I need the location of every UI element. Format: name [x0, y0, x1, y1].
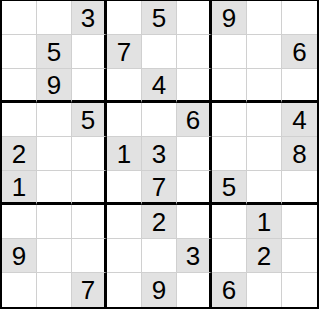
cell-r3c8[interactable]: [247, 69, 282, 103]
cell-r2c5[interactable]: [142, 35, 177, 69]
cell-r7c4[interactable]: [107, 205, 142, 239]
cell-r1c8[interactable]: [247, 1, 282, 35]
cell-r5c1-given: 2: [2, 137, 37, 171]
cell-r5c7[interactable]: [212, 137, 247, 171]
cell-r8c6-given: 3: [177, 239, 212, 273]
cell-r1c2[interactable]: [37, 1, 72, 35]
cell-r9c7-given: 6: [212, 273, 247, 307]
cell-r5c3[interactable]: [72, 137, 107, 171]
cell-r3c1[interactable]: [2, 69, 37, 103]
cell-r9c1[interactable]: [2, 273, 37, 307]
cell-r3c6[interactable]: [177, 69, 212, 103]
cell-r4c4[interactable]: [107, 103, 142, 137]
sudoku-board-frame: 35957694564213817521932796: [0, 0, 319, 309]
cell-r8c1-given: 9: [2, 239, 37, 273]
cell-r6c2[interactable]: [37, 171, 72, 205]
cell-r3c2-given: 9: [37, 69, 72, 103]
cell-r8c9[interactable]: [282, 239, 317, 273]
cell-r7c7[interactable]: [212, 205, 247, 239]
cell-r4c6-given: 6: [177, 103, 212, 137]
cell-r1c5-given: 5: [142, 1, 177, 35]
cell-r9c4[interactable]: [107, 273, 142, 307]
cell-r4c2[interactable]: [37, 103, 72, 137]
cell-r2c2-given: 5: [37, 35, 72, 69]
cell-r9c6[interactable]: [177, 273, 212, 307]
cell-r8c4[interactable]: [107, 239, 142, 273]
cell-r3c9[interactable]: [282, 69, 317, 103]
cell-r7c5-given: 2: [142, 205, 177, 239]
cell-r2c7[interactable]: [212, 35, 247, 69]
cell-r1c4[interactable]: [107, 1, 142, 35]
cell-r1c9[interactable]: [282, 1, 317, 35]
cell-r3c4[interactable]: [107, 69, 142, 103]
cell-r3c7[interactable]: [212, 69, 247, 103]
cell-r1c3-given: 3: [72, 1, 107, 35]
cell-r2c6[interactable]: [177, 35, 212, 69]
cell-r6c1-given: 1: [2, 171, 37, 205]
cell-r6c6[interactable]: [177, 171, 212, 205]
cell-r6c3[interactable]: [72, 171, 107, 205]
cell-r5c8[interactable]: [247, 137, 282, 171]
cell-r4c5[interactable]: [142, 103, 177, 137]
cell-r6c8[interactable]: [247, 171, 282, 205]
cell-r7c6[interactable]: [177, 205, 212, 239]
cell-r6c9[interactable]: [282, 171, 317, 205]
cell-r9c3-given: 7: [72, 273, 107, 307]
cell-r1c6[interactable]: [177, 1, 212, 35]
cell-r5c5-given: 3: [142, 137, 177, 171]
cell-r5c2[interactable]: [37, 137, 72, 171]
cell-r1c7-given: 9: [212, 1, 247, 35]
cell-r8c7[interactable]: [212, 239, 247, 273]
cell-r1c1[interactable]: [2, 1, 37, 35]
cell-r9c8[interactable]: [247, 273, 282, 307]
cell-r2c4-given: 7: [107, 35, 142, 69]
cell-r9c2[interactable]: [37, 273, 72, 307]
cell-r2c9-given: 6: [282, 35, 317, 69]
cell-r9c9[interactable]: [282, 273, 317, 307]
cell-r6c4[interactable]: [107, 171, 142, 205]
cell-r9c5-given: 9: [142, 273, 177, 307]
cell-r7c1[interactable]: [2, 205, 37, 239]
cell-r8c8-given: 2: [247, 239, 282, 273]
cell-r8c5[interactable]: [142, 239, 177, 273]
cell-r4c1[interactable]: [2, 103, 37, 137]
cell-r7c3[interactable]: [72, 205, 107, 239]
cell-r4c8[interactable]: [247, 103, 282, 137]
cell-r7c2[interactable]: [37, 205, 72, 239]
cell-r4c7[interactable]: [212, 103, 247, 137]
cell-r4c9-given: 4: [282, 103, 317, 137]
cell-r5c6[interactable]: [177, 137, 212, 171]
cell-r6c7-given: 5: [212, 171, 247, 205]
cell-r3c5-given: 4: [142, 69, 177, 103]
cell-r5c4-given: 1: [107, 137, 142, 171]
cell-r7c8-given: 1: [247, 205, 282, 239]
sudoku-board: 35957694564213817521932796: [2, 1, 317, 307]
cell-r7c9[interactable]: [282, 205, 317, 239]
cell-r2c8[interactable]: [247, 35, 282, 69]
cell-r5c9-given: 8: [282, 137, 317, 171]
cell-r4c3-given: 5: [72, 103, 107, 137]
cell-r6c5-given: 7: [142, 171, 177, 205]
cell-r2c1[interactable]: [2, 35, 37, 69]
cell-r2c3[interactable]: [72, 35, 107, 69]
cell-r8c3[interactable]: [72, 239, 107, 273]
cell-r8c2[interactable]: [37, 239, 72, 273]
cell-r3c3[interactable]: [72, 69, 107, 103]
